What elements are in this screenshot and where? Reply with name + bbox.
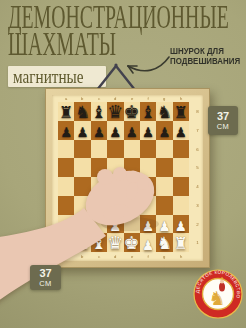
square-d2: ♟ [107, 215, 123, 234]
hanging-cord-label: ШНУРОК ДЛЯ ПОДВЕШИВАНИЯ [170, 47, 240, 66]
piece-black-pawn-f7: ♟ [142, 126, 154, 140]
file-labels-top: abcdefgh [58, 95, 189, 102]
piece-white-queen-d1: ♛ [107, 234, 123, 252]
piece-white-pawn-f1: ♟ [142, 239, 154, 253]
piece-black-knight-g8: ♞ [157, 104, 172, 121]
square-d5 [107, 158, 123, 177]
square-f8: ♝ [140, 102, 156, 121]
square-a1: ♜ [58, 233, 74, 252]
piece-black-pawn-c7: ♟ [93, 126, 105, 140]
square-h5 [173, 158, 189, 177]
product-photo: ДЕМОНСТРАЦИОННЫЕ ШАХМАТЫ магнитные ШНУРО… [0, 0, 246, 328]
square-g3 [156, 196, 172, 215]
coord-label-8: 8 [194, 106, 201, 116]
piece-white-pawn-h2: ♟ [175, 220, 187, 234]
square-c4 [91, 177, 107, 196]
square-g2: ♟ [156, 215, 172, 234]
size-badge-width: 37 СМ [30, 265, 61, 290]
coord-label-7: 7 [194, 125, 201, 135]
coord-label-h: h [177, 97, 186, 101]
coord-label-3: 3 [194, 200, 201, 210]
piece-black-pawn-a7: ♟ [60, 126, 72, 140]
piece-black-knight-b8: ♞ [75, 104, 90, 121]
piece-black-rook-h8: ♜ [174, 105, 188, 121]
square-c6 [91, 140, 107, 159]
square-g1: ♞ [156, 233, 172, 252]
coord-label-6: 6 [194, 144, 201, 154]
piece-black-pawn-d7: ♟ [109, 126, 121, 140]
coord-label-d: d [111, 255, 120, 259]
square-g5 [156, 158, 172, 177]
square-c7: ♟ [91, 121, 107, 140]
size-value: 37 [217, 111, 229, 122]
piece-black-bishop-c8: ♝ [91, 104, 106, 121]
square-a4 [58, 177, 74, 196]
square-h3 [173, 196, 189, 215]
piece-white-rook-h1: ♜ [174, 236, 188, 252]
square-b8: ♞ [74, 102, 90, 121]
size-unit: СМ [39, 279, 52, 288]
coord-label-a: a [62, 255, 71, 259]
square-d1: ♛ [107, 233, 123, 252]
coord-label-f: f [144, 255, 153, 259]
coord-label-1: 1 [194, 237, 201, 247]
board-border: abcdefgh ♜♞♝♛♚♝♞♜♟♟♟♟♟♟♟♟♟♟♟♟♟♜♞♝♛♚♟♞♜ 8… [52, 95, 203, 261]
piece-white-rook-a1: ♜ [59, 236, 73, 252]
square-c1: ♝ [91, 233, 107, 252]
piece-black-pawn-b7: ♟ [77, 126, 89, 140]
coord-label-5: 5 [194, 162, 201, 172]
square-b4 [74, 177, 90, 196]
square-g8: ♞ [156, 102, 172, 121]
square-b3 [74, 196, 90, 215]
square-a7: ♟ [58, 121, 74, 140]
square-b6 [74, 140, 90, 159]
square-f6 [140, 140, 156, 159]
square-b2 [74, 215, 90, 234]
piece-black-pawn-h7: ♟ [175, 126, 187, 140]
square-f1: ♟ [140, 233, 156, 252]
coord-label-g: g [160, 97, 169, 101]
piece-black-queen-d8: ♛ [107, 103, 123, 121]
rank-labels-right: 87654321 [191, 102, 204, 252]
coord-label-c: c [95, 97, 104, 101]
square-h2: ♟ [173, 215, 189, 234]
piece-white-bishop-c1: ♝ [91, 235, 106, 252]
square-e3: ♟ [124, 196, 140, 215]
coord-label-e: e [127, 97, 136, 101]
square-a6 [58, 140, 74, 159]
square-h1: ♜ [173, 233, 189, 252]
piece-white-king-e1: ♚ [124, 234, 140, 252]
square-c2 [91, 215, 107, 234]
piece-white-knight-b1: ♞ [75, 235, 90, 252]
square-f5 [140, 158, 156, 177]
chess-board-frame: abcdefgh ♜♞♝♛♚♝♞♜♟♟♟♟♟♟♟♟♟♟♟♟♟♜♞♝♛♚♟♞♜ 8… [45, 88, 210, 268]
square-c8: ♝ [91, 102, 107, 121]
square-a3 [58, 196, 74, 215]
piece-black-king-e8: ♚ [124, 103, 140, 121]
piece-white-knight-g1: ♞ [157, 235, 172, 252]
square-f4 [140, 177, 156, 196]
square-e4 [124, 177, 140, 196]
coord-label-b: b [78, 97, 87, 101]
magnetic-badge-label: магнитные [13, 66, 84, 88]
coord-label-f: f [144, 97, 153, 101]
square-h7: ♟ [173, 121, 189, 140]
size-value: 37 [39, 268, 51, 279]
square-e5 [124, 158, 140, 177]
square-e6 [124, 140, 140, 159]
square-g7: ♟ [156, 121, 172, 140]
piece-white-pawn-g2: ♟ [158, 220, 170, 234]
square-g6 [156, 140, 172, 159]
piece-black-pawn-g7: ♟ [158, 126, 170, 140]
square-h6 [173, 140, 189, 159]
coord-label-b: b [78, 255, 87, 259]
coord-label-4: 4 [194, 181, 201, 191]
square-c5 [91, 158, 107, 177]
file-labels-bottom: abcdefgh [58, 253, 189, 260]
square-f3 [140, 196, 156, 215]
square-d3 [107, 196, 123, 215]
piece-white-pawn-d2: ♟ [109, 220, 121, 234]
size-badge-height: 37 СМ [208, 106, 238, 135]
square-d4 [107, 177, 123, 196]
chess-board: ♜♞♝♛♚♝♞♜♟♟♟♟♟♟♟♟♟♟♟♟♟♜♞♝♛♚♟♞♜ [58, 102, 189, 252]
annotation-arrow-icon [128, 57, 169, 73]
size-unit: СМ [217, 122, 230, 131]
square-b7: ♟ [74, 121, 90, 140]
coord-label-e: e [127, 255, 136, 259]
coord-label-g: g [160, 255, 169, 259]
piece-black-rook-a8: ♜ [59, 105, 73, 121]
square-d7: ♟ [107, 121, 123, 140]
square-e2 [124, 215, 140, 234]
square-h4 [173, 177, 189, 196]
square-a8: ♜ [58, 102, 74, 121]
square-d8: ♛ [107, 102, 123, 121]
piece-white-pawn-e3: ♟ [126, 201, 138, 215]
piece-black-bishop-f8: ♝ [140, 104, 155, 121]
square-e1: ♚ [124, 233, 140, 252]
square-h8: ♜ [173, 102, 189, 121]
magnetic-badge: магнитные [8, 66, 106, 87]
piece-black-pawn-e7: ♟ [126, 126, 138, 140]
hanging-cord-label-line2: ПОДВЕШИВАНИЯ [170, 57, 240, 67]
hanging-hook-icon [114, 63, 117, 66]
brand-logo: ДЕСЯТОЕ КОРОЛЕВСТВО ♞ [192, 268, 244, 320]
coord-label-a: a [62, 97, 71, 101]
square-f7: ♟ [140, 121, 156, 140]
coord-label-h: h [177, 255, 186, 259]
square-g4 [156, 177, 172, 196]
square-e7: ♟ [124, 121, 140, 140]
coord-label-c: c [95, 255, 104, 259]
coord-label-d: d [111, 97, 120, 101]
square-b5 [74, 158, 90, 177]
square-a5 [58, 158, 74, 177]
square-b1: ♞ [74, 233, 90, 252]
square-e8: ♚ [124, 102, 140, 121]
square-a2 [58, 215, 74, 234]
square-c3 [91, 196, 107, 215]
coord-label-2: 2 [194, 219, 201, 229]
square-f2: ♟ [140, 215, 156, 234]
square-d6 [107, 140, 123, 159]
piece-white-pawn-f2: ♟ [142, 220, 154, 234]
